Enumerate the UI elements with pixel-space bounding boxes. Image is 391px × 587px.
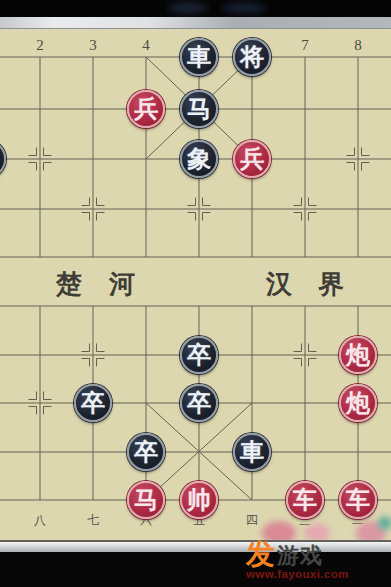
river-char-汉: 汉 [263, 267, 295, 302]
piece-glyph: 车 [346, 488, 370, 512]
top-file-label-8: 8 [349, 37, 367, 54]
piece-glyph: 車 [187, 45, 211, 69]
logo-youxi-characters: 游戏 [277, 545, 323, 567]
photo-top-band [0, 0, 391, 17]
black-piece-卒-file5-rank8[interactable]: 卒 [180, 384, 218, 422]
bottom-file-label-四: 四 [244, 512, 260, 529]
site-url: www.fayouxi.com [246, 568, 349, 580]
red-piece-车-file8-rank10[interactable]: 车 [339, 481, 377, 519]
black-piece-象-file5-rank3[interactable]: 象 [180, 140, 218, 178]
piece-glyph: 炮 [346, 391, 370, 415]
site-watermark: 发 游戏 www.fayouxi.com [246, 541, 349, 580]
red-piece-兵-file6-rank3[interactable]: 兵 [233, 140, 271, 178]
black-piece-将-file6-rank1[interactable]: 将 [233, 38, 271, 76]
piece-glyph: 马 [187, 97, 211, 121]
piece-glyph: 象 [187, 147, 211, 171]
piece-glyph: 马 [134, 488, 158, 512]
piece-glyph: 将 [240, 45, 264, 69]
red-piece-车-file7-rank10[interactable]: 车 [286, 481, 324, 519]
blurred-background-piece [222, 2, 266, 14]
red-piece-兵-file4-rank2[interactable]: 兵 [127, 90, 165, 128]
black-piece-卒-file3-rank8[interactable]: 卒 [74, 384, 112, 422]
river-char-界: 界 [315, 267, 347, 302]
piece-glyph: 卒 [187, 391, 211, 415]
piece-glyph: 卒 [134, 440, 158, 464]
red-piece-炮-file8-rank8[interactable]: 炮 [339, 384, 377, 422]
top-file-label-2: 2 [31, 37, 49, 54]
black-piece-車-file6-rank9[interactable]: 車 [233, 433, 271, 471]
piece-glyph: 兵 [240, 147, 264, 171]
river-char-河: 河 [106, 267, 138, 302]
blurred-smudge [378, 516, 391, 530]
red-piece-马-file4-rank10[interactable]: 马 [127, 481, 165, 519]
bottom-file-label-八: 八 [32, 512, 48, 529]
piece-glyph: 帅 [187, 488, 211, 512]
red-piece-帅-file5-rank10[interactable]: 帅 [180, 481, 218, 519]
top-file-label-4: 4 [137, 37, 155, 54]
piece-glyph: 卒 [81, 391, 105, 415]
top-file-label-3: 3 [84, 37, 102, 54]
board-top-edge [0, 17, 391, 29]
red-piece-炮-file8-rank7[interactable]: 炮 [339, 336, 377, 374]
logo-fa-character: 发 [246, 541, 275, 567]
black-piece-马-file5-rank2[interactable]: 马 [180, 90, 218, 128]
site-logo: 发 游戏 [246, 541, 349, 567]
black-piece-卒-file4-rank9[interactable]: 卒 [127, 433, 165, 471]
piece-glyph: 車 [240, 440, 264, 464]
piece-glyph: 兵 [134, 97, 158, 121]
black-piece-卒-file5-rank7[interactable]: 卒 [180, 336, 218, 374]
black-piece-車-file5-rank1[interactable]: 車 [180, 38, 218, 76]
top-file-label-7: 7 [296, 37, 314, 54]
river-char-楚: 楚 [53, 267, 85, 302]
bottom-file-label-七: 七 [85, 512, 101, 529]
piece-glyph: 卒 [187, 343, 211, 367]
piece-glyph: 炮 [346, 343, 370, 367]
blurred-background-piece [168, 2, 208, 14]
xiangqi-photo: 2345678 八七六五四三二 楚河汉界 車将兵马象象兵卒炮卒卒炮卒車马帅车车 … [0, 0, 391, 587]
piece-glyph: 车 [293, 488, 317, 512]
